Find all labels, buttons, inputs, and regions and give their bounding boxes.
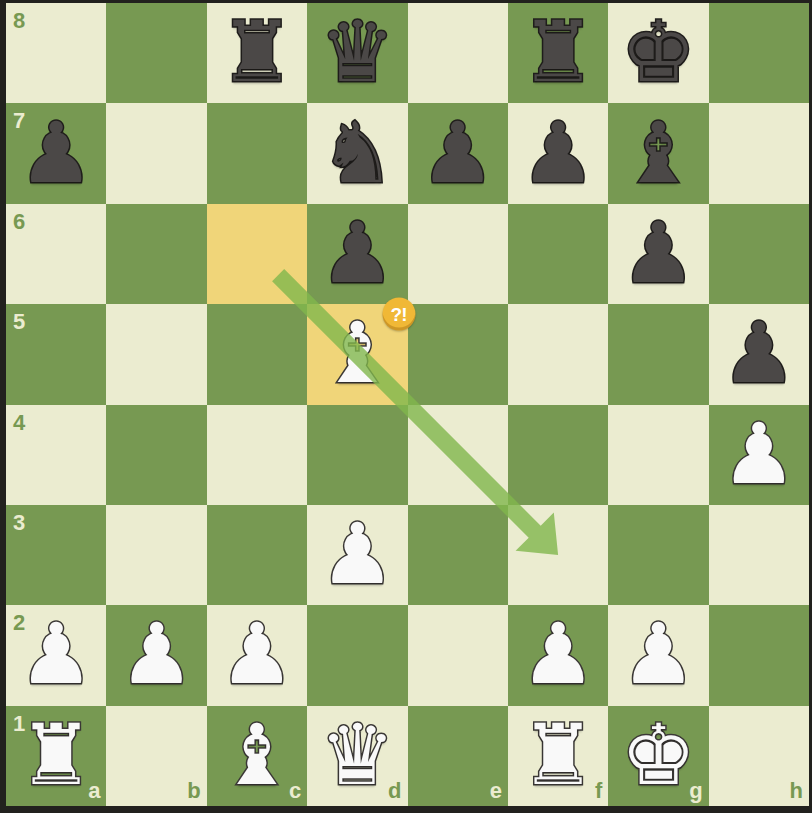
square-d3[interactable]: ♟ [307, 505, 407, 605]
square-a4[interactable]: 4 [6, 405, 106, 505]
square-b8[interactable] [106, 3, 206, 103]
inaccuracy-badge: ?! [382, 298, 415, 331]
square-c5[interactable] [207, 304, 307, 404]
piece-black-pawn[interactable]: ♟ [420, 111, 495, 195]
square-g8[interactable]: ♚ [608, 3, 708, 103]
square-e5[interactable] [408, 304, 508, 404]
square-b5[interactable] [106, 304, 206, 404]
piece-white-rook[interactable]: ♜ [19, 713, 94, 797]
square-c3[interactable] [207, 505, 307, 605]
square-a5[interactable]: 5 [6, 304, 106, 404]
piece-white-pawn[interactable]: ♟ [219, 612, 294, 696]
piece-black-king[interactable]: ♚ [621, 10, 696, 94]
piece-black-pawn[interactable]: ♟ [721, 311, 796, 395]
file-label-f: f [595, 778, 602, 804]
square-e2[interactable] [408, 605, 508, 705]
square-c4[interactable] [207, 405, 307, 505]
square-h3[interactable] [709, 505, 809, 605]
square-h6[interactable] [709, 204, 809, 304]
piece-white-pawn[interactable]: ♟ [119, 612, 194, 696]
square-g2[interactable]: ♟ [608, 605, 708, 705]
piece-black-bishop[interactable]: ♝ [621, 111, 696, 195]
square-b2[interactable]: ♟ [106, 605, 206, 705]
square-f5[interactable] [508, 304, 608, 404]
piece-white-pawn[interactable]: ♟ [621, 612, 696, 696]
square-c1[interactable]: c♝ [207, 706, 307, 806]
square-a7[interactable]: 7♟ [6, 103, 106, 203]
square-a3[interactable]: 3 [6, 505, 106, 605]
piece-white-pawn[interactable]: ♟ [721, 412, 796, 496]
square-g5[interactable] [608, 304, 708, 404]
square-f4[interactable] [508, 405, 608, 505]
square-e1[interactable]: e [408, 706, 508, 806]
piece-black-pawn[interactable]: ♟ [19, 111, 94, 195]
piece-white-pawn[interactable]: ♟ [520, 612, 595, 696]
square-g3[interactable] [608, 505, 708, 605]
piece-white-queen[interactable]: ♛ [320, 713, 395, 797]
square-e8[interactable] [408, 3, 508, 103]
square-h5[interactable]: ♟ [709, 304, 809, 404]
square-h4[interactable]: ♟ [709, 405, 809, 505]
square-d7[interactable]: ♞ [307, 103, 407, 203]
square-a2[interactable]: 2♟ [6, 605, 106, 705]
square-h8[interactable] [709, 3, 809, 103]
square-c8[interactable]: ♜ [207, 3, 307, 103]
square-a8[interactable]: 8 [6, 3, 106, 103]
piece-white-pawn[interactable]: ♟ [19, 612, 94, 696]
square-c7[interactable] [207, 103, 307, 203]
square-f8[interactable]: ♜ [508, 3, 608, 103]
piece-black-queen[interactable]: ♛ [320, 10, 395, 94]
square-a1[interactable]: 1a♜ [6, 706, 106, 806]
square-g7[interactable]: ♝ [608, 103, 708, 203]
square-g4[interactable] [608, 405, 708, 505]
square-d6[interactable]: ♟ [307, 204, 407, 304]
piece-white-king[interactable]: ♚ [621, 713, 696, 797]
rank-label-3: 3 [13, 510, 25, 536]
rank-label-4: 4 [13, 410, 25, 436]
piece-black-rook[interactable]: ♜ [219, 10, 294, 94]
inaccuracy-badge-symbol: ?! [391, 303, 407, 325]
square-f7[interactable]: ♟ [508, 103, 608, 203]
piece-white-rook[interactable]: ♜ [520, 713, 595, 797]
square-g6[interactable]: ♟ [608, 204, 708, 304]
piece-black-knight[interactable]: ♞ [320, 111, 395, 195]
square-b1[interactable]: b [106, 706, 206, 806]
square-e3[interactable] [408, 505, 508, 605]
square-f1[interactable]: f♜ [508, 706, 608, 806]
square-h7[interactable] [709, 103, 809, 203]
piece-white-bishop[interactable]: ♝ [219, 713, 294, 797]
square-d8[interactable]: ♛ [307, 3, 407, 103]
square-e7[interactable]: ♟ [408, 103, 508, 203]
square-b6[interactable] [106, 204, 206, 304]
piece-black-pawn[interactable]: ♟ [320, 211, 395, 295]
square-f2[interactable]: ♟ [508, 605, 608, 705]
square-f6[interactable] [508, 204, 608, 304]
chess-board: 8♜♛♜♚7♟♞♟♟♝6♟♟5♝♟4♟3♟2♟♟♟♟♟1a♜bc♝d♛ef♜g♚… [6, 3, 809, 806]
square-d4[interactable] [307, 405, 407, 505]
file-label-b: b [187, 778, 200, 804]
square-b7[interactable] [106, 103, 206, 203]
rank-label-6: 6 [13, 209, 25, 235]
square-e4[interactable] [408, 405, 508, 505]
board-frame: 8♜♛♜♚7♟♞♟♟♝6♟♟5♝♟4♟3♟2♟♟♟♟♟1a♜bc♝d♛ef♜g♚… [0, 0, 812, 813]
square-c2[interactable]: ♟ [207, 605, 307, 705]
square-b3[interactable] [106, 505, 206, 605]
square-e6[interactable] [408, 204, 508, 304]
square-c6[interactable] [207, 204, 307, 304]
square-f3[interactable] [508, 505, 608, 605]
rank-label-5: 5 [13, 309, 25, 335]
file-label-h: h [790, 778, 803, 804]
square-a6[interactable]: 6 [6, 204, 106, 304]
square-d2[interactable] [307, 605, 407, 705]
square-h2[interactable] [709, 605, 809, 705]
square-d1[interactable]: d♛ [307, 706, 407, 806]
piece-black-pawn[interactable]: ♟ [621, 211, 696, 295]
piece-black-rook[interactable]: ♜ [520, 10, 595, 94]
piece-black-pawn[interactable]: ♟ [520, 111, 595, 195]
square-g1[interactable]: g♚ [608, 706, 708, 806]
square-h1[interactable]: h [709, 706, 809, 806]
piece-white-pawn[interactable]: ♟ [320, 512, 395, 596]
square-b4[interactable] [106, 405, 206, 505]
piece-white-bishop[interactable]: ♝ [320, 311, 395, 395]
file-label-e: e [490, 778, 502, 804]
rank-label-8: 8 [13, 8, 25, 34]
